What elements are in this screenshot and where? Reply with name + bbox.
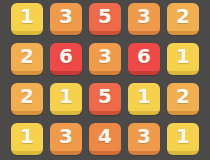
tile-r4c1[interactable]: 1 [11, 123, 43, 155]
tile-r1c3[interactable]: 5 [89, 3, 121, 35]
tile-r3c1[interactable]: 2 [11, 83, 43, 115]
tile-r3c2[interactable]: 1 [50, 83, 82, 115]
game-board: 13532263612151213431 [0, 0, 210, 160]
tile-r1c1[interactable]: 1 [11, 3, 43, 35]
tile-r2c2[interactable]: 6 [50, 43, 82, 75]
tile-r1c2[interactable]: 3 [50, 3, 82, 35]
tile-r4c3[interactable]: 4 [89, 123, 121, 155]
tile-r4c5[interactable]: 1 [167, 123, 199, 155]
tile-r3c5[interactable]: 2 [167, 83, 199, 115]
tile-r4c2[interactable]: 3 [50, 123, 82, 155]
tile-r1c5[interactable]: 2 [167, 3, 199, 35]
tile-r3c4[interactable]: 1 [128, 83, 160, 115]
tile-r3c3[interactable]: 5 [89, 83, 121, 115]
tile-r1c4[interactable]: 3 [128, 3, 160, 35]
tile-r4c4[interactable]: 3 [128, 123, 160, 155]
tile-r2c4[interactable]: 6 [128, 43, 160, 75]
tile-r2c1[interactable]: 2 [11, 43, 43, 75]
tile-r2c3[interactable]: 3 [89, 43, 121, 75]
tile-r2c5[interactable]: 1 [167, 43, 199, 75]
